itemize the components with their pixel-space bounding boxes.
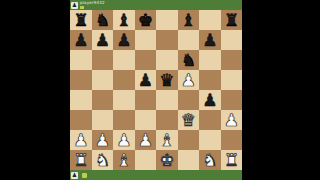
player-flair-icon <box>82 173 87 178</box>
piece-white-rook-a1[interactable]: ♜ <box>73 150 88 170</box>
square-b7[interactable]: ♟ <box>92 30 114 50</box>
square-h5[interactable] <box>221 70 243 90</box>
square-a1[interactable]: ♜ <box>70 150 92 170</box>
square-d2[interactable]: ♟ <box>135 130 157 150</box>
square-h8[interactable]: ♜ <box>221 10 243 30</box>
piece-white-pawn-h3[interactable]: ♟ <box>224 110 239 130</box>
square-g8[interactable] <box>199 10 221 30</box>
square-d6[interactable] <box>135 50 157 70</box>
square-e1[interactable]: ♚ <box>156 150 178 170</box>
piece-black-king-d8[interactable]: ♚ <box>138 10 153 30</box>
piece-white-pawn-f5[interactable]: ♟ <box>181 70 196 90</box>
piece-black-pawn-b7[interactable]: ♟ <box>95 30 110 50</box>
square-c3[interactable] <box>113 110 135 130</box>
square-c8[interactable]: ♝ <box>113 10 135 30</box>
piece-black-pawn-c7[interactable]: ♟ <box>116 30 131 50</box>
piece-white-bishop-e2[interactable]: ♝ <box>159 130 174 150</box>
square-f6[interactable]: ♞ <box>178 50 200 70</box>
piece-white-pawn-b2[interactable]: ♟ <box>95 130 110 150</box>
square-h7[interactable] <box>221 30 243 50</box>
square-e3[interactable] <box>156 110 178 130</box>
square-d3[interactable] <box>135 110 157 130</box>
piece-white-rook-h1[interactable]: ♜ <box>224 150 239 170</box>
square-a8[interactable]: ♜ <box>70 10 92 30</box>
square-d4[interactable] <box>135 90 157 110</box>
piece-white-king-e1[interactable]: ♚ <box>159 150 174 170</box>
square-d5[interactable]: ♟ <box>135 70 157 90</box>
square-f8[interactable]: ♝ <box>178 10 200 30</box>
opponent-avatar[interactable]: ♟ <box>71 2 78 9</box>
piece-black-knight-f6[interactable]: ♞ <box>181 50 196 70</box>
square-a6[interactable] <box>70 50 92 70</box>
square-d1[interactable] <box>135 150 157 170</box>
square-e5[interactable]: ♛ <box>156 70 178 90</box>
square-g3[interactable] <box>199 110 221 130</box>
square-f2[interactable] <box>178 130 200 150</box>
bottom-player-bar: ♟ <box>70 170 242 180</box>
piece-black-bishop-c8[interactable]: ♝ <box>116 10 131 30</box>
pawn-avatar-icon: ♟ <box>72 2 77 8</box>
square-d8[interactable]: ♚ <box>135 10 157 30</box>
piece-black-pawn-d5[interactable]: ♟ <box>138 70 153 90</box>
square-a2[interactable]: ♟ <box>70 130 92 150</box>
square-c2[interactable]: ♟ <box>113 130 135 150</box>
square-d7[interactable] <box>135 30 157 50</box>
piece-white-pawn-d2[interactable]: ♟ <box>138 130 153 150</box>
opponent-player-bar: ♟ player9432 <box>70 0 242 10</box>
opponent-username: player9432 <box>80 1 105 5</box>
square-f4[interactable] <box>178 90 200 110</box>
square-c7[interactable]: ♟ <box>113 30 135 50</box>
square-c1[interactable]: ♝ <box>113 150 135 170</box>
piece-black-pawn-a7[interactable]: ♟ <box>73 30 88 50</box>
square-b6[interactable] <box>92 50 114 70</box>
square-b1[interactable]: ♞ <box>92 150 114 170</box>
square-a7[interactable]: ♟ <box>70 30 92 50</box>
square-f1[interactable] <box>178 150 200 170</box>
square-e2[interactable]: ♝ <box>156 130 178 150</box>
square-h3[interactable]: ♟ <box>221 110 243 130</box>
opponent-flair-icon <box>80 6 84 9</box>
square-b3[interactable] <box>92 110 114 130</box>
piece-black-rook-h8[interactable]: ♜ <box>224 10 239 30</box>
piece-white-queen-f3[interactable]: ♛ <box>181 110 196 130</box>
square-e8[interactable] <box>156 10 178 30</box>
square-g1[interactable]: ♞ <box>199 150 221 170</box>
square-f7[interactable] <box>178 30 200 50</box>
square-g7[interactable]: ♟ <box>199 30 221 50</box>
piece-white-knight-b1[interactable]: ♞ <box>95 150 110 170</box>
piece-black-queen-e5[interactable]: ♛ <box>159 70 174 90</box>
player-avatar[interactable]: ♟ <box>71 172 78 179</box>
piece-black-bishop-f8[interactable]: ♝ <box>181 10 196 30</box>
square-c6[interactable] <box>113 50 135 70</box>
square-e7[interactable] <box>156 30 178 50</box>
screenshot-stage: ♟ player9432 ♜♞♝♚♝♜♟♟♟♟♞♟♛♟♟♛♟♟♟♟♟♝♜♞♝♚♞… <box>0 0 320 180</box>
square-b8[interactable]: ♞ <box>92 10 114 30</box>
square-e4[interactable] <box>156 90 178 110</box>
square-h6[interactable] <box>221 50 243 70</box>
square-b4[interactable] <box>92 90 114 110</box>
square-h1[interactable]: ♜ <box>221 150 243 170</box>
chess-board[interactable]: ♜♞♝♚♝♜♟♟♟♟♞♟♛♟♟♛♟♟♟♟♟♝♜♞♝♚♞♜ <box>70 10 242 170</box>
piece-white-knight-g1[interactable]: ♞ <box>202 150 217 170</box>
square-g2[interactable] <box>199 130 221 150</box>
piece-white-bishop-c1[interactable]: ♝ <box>116 150 131 170</box>
opponent-name-block: player9432 <box>80 1 105 9</box>
square-g6[interactable] <box>199 50 221 70</box>
square-g5[interactable] <box>199 70 221 90</box>
square-a4[interactable] <box>70 90 92 110</box>
square-f5[interactable]: ♟ <box>178 70 200 90</box>
square-a3[interactable] <box>70 110 92 130</box>
square-c5[interactable] <box>113 70 135 90</box>
square-h2[interactable] <box>221 130 243 150</box>
square-h4[interactable] <box>221 90 243 110</box>
piece-white-pawn-c2[interactable]: ♟ <box>116 130 131 150</box>
piece-white-pawn-a2[interactable]: ♟ <box>73 130 88 150</box>
square-b2[interactable]: ♟ <box>92 130 114 150</box>
pawn-avatar-icon: ♟ <box>72 172 77 178</box>
square-b5[interactable] <box>92 70 114 90</box>
piece-black-rook-a8[interactable]: ♜ <box>73 10 88 30</box>
piece-black-pawn-g4[interactable]: ♟ <box>202 90 217 110</box>
square-c4[interactable] <box>113 90 135 110</box>
square-g4[interactable]: ♟ <box>199 90 221 110</box>
square-e6[interactable] <box>156 50 178 70</box>
square-a5[interactable] <box>70 70 92 90</box>
piece-black-knight-b8[interactable]: ♞ <box>95 10 110 30</box>
square-f3[interactable]: ♛ <box>178 110 200 130</box>
piece-black-pawn-g7[interactable]: ♟ <box>202 30 217 50</box>
